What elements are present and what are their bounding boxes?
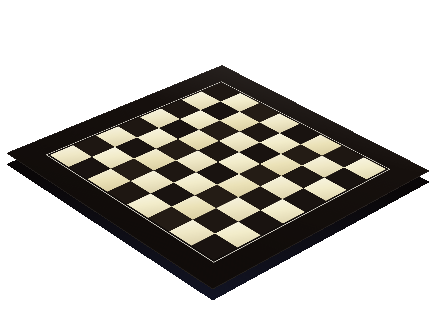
frame-inlay-line bbox=[46, 81, 391, 262]
product-photo-background bbox=[0, 0, 431, 334]
board-grid bbox=[50, 83, 386, 260]
chess-board bbox=[6, 65, 430, 289]
